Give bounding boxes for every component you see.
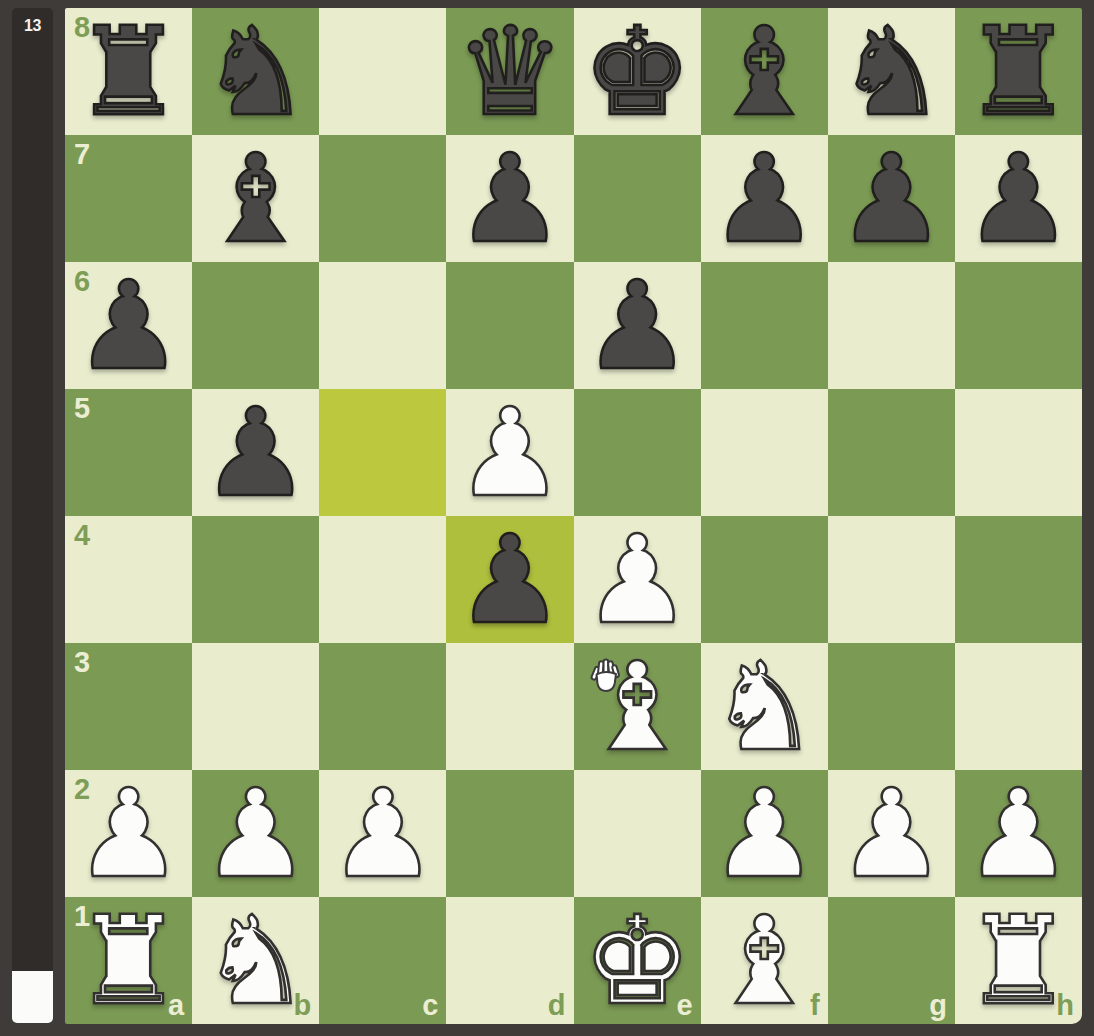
hand-cursor-icon: [586, 656, 626, 696]
square-d1[interactable]: d: [446, 897, 573, 1024]
piece-black-bishop[interactable]: ♝: [710, 11, 819, 133]
square-h4[interactable]: [955, 516, 1082, 643]
piece-white-knight[interactable]: ♞: [710, 646, 819, 768]
square-d8[interactable]: ♛: [446, 8, 573, 135]
square-d6[interactable]: [446, 262, 573, 389]
square-a5[interactable]: 5: [65, 389, 192, 516]
square-h3[interactable]: [955, 643, 1082, 770]
piece-black-pawn[interactable]: ♟: [837, 138, 946, 260]
square-e4[interactable]: ♟: [574, 516, 701, 643]
square-a3[interactable]: 3: [65, 643, 192, 770]
square-c5[interactable]: [319, 389, 446, 516]
square-b1[interactable]: ♞b: [192, 897, 319, 1024]
piece-black-pawn[interactable]: ♟: [74, 265, 183, 387]
square-b8[interactable]: ♞: [192, 8, 319, 135]
piece-black-pawn[interactable]: ♟: [964, 138, 1073, 260]
square-f2[interactable]: ♟: [701, 770, 828, 897]
square-e1[interactable]: ♚e: [574, 897, 701, 1024]
piece-black-king[interactable]: ♚: [582, 11, 691, 133]
square-f8[interactable]: ♝: [701, 8, 828, 135]
square-e2[interactable]: [574, 770, 701, 897]
square-c6[interactable]: [319, 262, 446, 389]
square-b5[interactable]: ♟: [192, 389, 319, 516]
square-f6[interactable]: [701, 262, 828, 389]
square-b2[interactable]: ♟: [192, 770, 319, 897]
rank-label-4: 4: [74, 521, 90, 550]
square-b7[interactable]: ♝: [192, 135, 319, 262]
square-a4[interactable]: 4: [65, 516, 192, 643]
piece-white-pawn[interactable]: ♟: [710, 773, 819, 895]
square-e8[interactable]: ♚: [574, 8, 701, 135]
square-f4[interactable]: [701, 516, 828, 643]
square-a7[interactable]: 7: [65, 135, 192, 262]
square-c3[interactable]: [319, 643, 446, 770]
piece-black-bishop[interactable]: ♝: [201, 138, 310, 260]
square-h5[interactable]: [955, 389, 1082, 516]
square-h8[interactable]: ♜: [955, 8, 1082, 135]
square-d5[interactable]: ♟: [446, 389, 573, 516]
piece-white-pawn[interactable]: ♟: [201, 773, 310, 895]
file-label-b: b: [294, 991, 312, 1020]
square-a8[interactable]: ♜8: [65, 8, 192, 135]
square-e5[interactable]: [574, 389, 701, 516]
rank-label-1: 1: [74, 902, 90, 931]
square-h6[interactable]: [955, 262, 1082, 389]
file-label-f: f: [810, 991, 820, 1020]
piece-black-knight[interactable]: ♞: [201, 11, 310, 133]
square-a6[interactable]: ♟6: [65, 262, 192, 389]
eval-score: 13: [12, 17, 53, 35]
rank-label-7: 7: [74, 140, 90, 169]
square-f7[interactable]: ♟: [701, 135, 828, 262]
square-a1[interactable]: ♜1a: [65, 897, 192, 1024]
file-label-d: d: [548, 991, 566, 1020]
square-d2[interactable]: [446, 770, 573, 897]
square-b6[interactable]: [192, 262, 319, 389]
piece-white-pawn[interactable]: ♟: [964, 773, 1073, 895]
piece-white-pawn[interactable]: ♟: [582, 519, 691, 641]
square-h7[interactable]: ♟: [955, 135, 1082, 262]
piece-black-pawn[interactable]: ♟: [455, 138, 564, 260]
piece-black-rook[interactable]: ♜: [964, 11, 1073, 133]
square-e6[interactable]: ♟: [574, 262, 701, 389]
file-label-e: e: [676, 991, 692, 1020]
square-e7[interactable]: [574, 135, 701, 262]
square-g6[interactable]: [828, 262, 955, 389]
piece-black-pawn[interactable]: ♟: [582, 265, 691, 387]
eval-bar: 13: [12, 8, 53, 1023]
square-h2[interactable]: ♟: [955, 770, 1082, 897]
piece-white-bishop[interactable]: ♝: [710, 900, 819, 1022]
square-b4[interactable]: [192, 516, 319, 643]
piece-black-rook[interactable]: ♜: [74, 11, 183, 133]
square-h1[interactable]: ♜h: [955, 897, 1082, 1024]
square-f3[interactable]: ♞: [701, 643, 828, 770]
file-label-c: c: [422, 991, 438, 1020]
square-g1[interactable]: g: [828, 897, 955, 1024]
rank-label-6: 6: [74, 267, 90, 296]
square-g2[interactable]: ♟: [828, 770, 955, 897]
rank-label-5: 5: [74, 394, 90, 423]
square-b3[interactable]: [192, 643, 319, 770]
square-g3[interactable]: [828, 643, 955, 770]
square-c7[interactable]: [319, 135, 446, 262]
square-d7[interactable]: ♟: [446, 135, 573, 262]
piece-black-pawn[interactable]: ♟: [710, 138, 819, 260]
square-g5[interactable]: [828, 389, 955, 516]
square-g4[interactable]: [828, 516, 955, 643]
file-label-g: g: [929, 991, 947, 1020]
piece-black-pawn[interactable]: ♟: [455, 519, 564, 641]
rank-label-3: 3: [74, 648, 90, 677]
square-g8[interactable]: ♞: [828, 8, 955, 135]
piece-white-pawn[interactable]: ♟: [74, 773, 183, 895]
file-label-h: h: [1056, 991, 1074, 1020]
piece-white-king[interactable]: ♚: [582, 900, 691, 1022]
rank-label-8: 8: [74, 13, 90, 42]
piece-black-knight[interactable]: ♞: [837, 11, 946, 133]
square-g7[interactable]: ♟: [828, 135, 955, 262]
square-f1[interactable]: ♝f: [701, 897, 828, 1024]
square-c8[interactable]: [319, 8, 446, 135]
square-a2[interactable]: ♟2: [65, 770, 192, 897]
square-d4[interactable]: ♟: [446, 516, 573, 643]
file-label-a: a: [168, 991, 184, 1020]
square-c4[interactable]: [319, 516, 446, 643]
piece-black-queen[interactable]: ♛: [455, 11, 564, 133]
square-c1[interactable]: c: [319, 897, 446, 1024]
piece-black-pawn[interactable]: ♟: [201, 392, 310, 514]
rank-label-2: 2: [74, 775, 90, 804]
square-f5[interactable]: [701, 389, 828, 516]
square-d3[interactable]: [446, 643, 573, 770]
piece-white-rook[interactable]: ♜: [74, 900, 183, 1022]
piece-white-pawn[interactable]: ♟: [837, 773, 946, 895]
eval-bar-white-section: [12, 971, 53, 1023]
piece-white-pawn[interactable]: ♟: [328, 773, 437, 895]
square-c2[interactable]: ♟: [319, 770, 446, 897]
piece-white-pawn[interactable]: ♟: [455, 392, 564, 514]
chess-board[interactable]: ♜8♞♛♚♝♞♜7♝♟♟♟♟♟6♟5♟♟4♟♟3♝♞♟2♟♟♟♟♟♜1a♞bcd…: [65, 8, 1082, 1024]
